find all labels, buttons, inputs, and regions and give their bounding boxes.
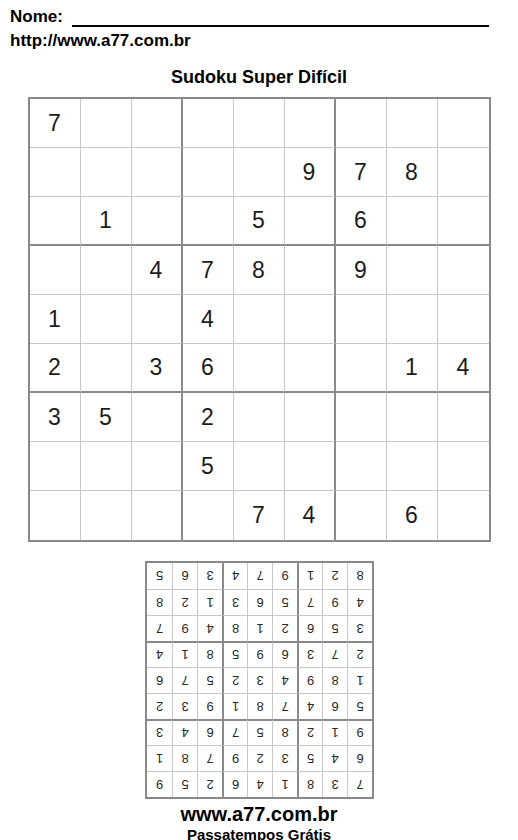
- solution-cell-r3c5: 5: [247, 719, 272, 745]
- puzzle-cell-r7c2: 5: [81, 393, 132, 442]
- solution-cell-r9c4: 9: [272, 563, 297, 589]
- solution-cell-r6c5: 9: [247, 641, 272, 667]
- puzzle-cell-r7c9[interactable]: [438, 393, 489, 442]
- puzzle-cell-r2c3[interactable]: [132, 148, 183, 197]
- puzzle-cell-r1c3[interactable]: [132, 99, 183, 148]
- puzzle-cell-r3c9[interactable]: [438, 197, 489, 246]
- solution-cell-r9c3: 1: [297, 563, 322, 589]
- solution-cell-r8c3: 7: [297, 589, 322, 615]
- solution-cell-r9c2: 2: [322, 563, 347, 589]
- solution-cell-r2c9: 1: [147, 745, 172, 771]
- page-header: Nome: http://www.a77.com.br: [0, 0, 518, 51]
- solution-cell-r4c2: 6: [322, 693, 347, 719]
- puzzle-cell-r1c2[interactable]: [81, 99, 132, 148]
- solution-cell-r6c3: 3: [297, 641, 322, 667]
- solution-cell-r4c1: 5: [347, 693, 372, 719]
- puzzle-cell-r2c8: 8: [387, 148, 438, 197]
- solution-cell-r4c5: 8: [247, 693, 272, 719]
- solution-cell-r2c5: 2: [247, 745, 272, 771]
- solution-cell-r4c6: 1: [222, 693, 247, 719]
- solution-cell-r1c7: 2: [197, 771, 222, 797]
- puzzle-cell-r4c9[interactable]: [438, 246, 489, 295]
- page-footer: www.a77.com.br Passatempos Grátis: [0, 803, 518, 840]
- solution-cell-r2c7: 7: [197, 745, 222, 771]
- puzzle-cell-r6c5[interactable]: [234, 344, 285, 393]
- puzzle-cell-r6c8: 1: [387, 344, 438, 393]
- solution-cell-r4c4: 7: [272, 693, 297, 719]
- puzzle-cell-r5c8[interactable]: [387, 295, 438, 344]
- solution-cell-r1c6: 6: [222, 771, 247, 797]
- solution-cell-r6c9: 4: [147, 641, 172, 667]
- solution-cell-r1c4: 1: [272, 771, 297, 797]
- puzzle-cell-r8c5[interactable]: [234, 442, 285, 491]
- solution-cell-r2c3: 5: [297, 745, 322, 771]
- puzzle-cell-r1c1: 7: [30, 99, 81, 148]
- puzzle-cell-r4c6[interactable]: [285, 246, 336, 295]
- sudoku-solution-grid: 7381462596453297819128576435647819321894…: [145, 561, 374, 799]
- puzzle-cell-r5c3[interactable]: [132, 295, 183, 344]
- solution-cell-r8c7: 1: [197, 589, 222, 615]
- puzzle-cell-r8c2[interactable]: [81, 442, 132, 491]
- solution-cell-r2c6: 9: [222, 745, 247, 771]
- puzzle-cell-r9c2[interactable]: [81, 491, 132, 540]
- puzzle-cell-r7c7[interactable]: [336, 393, 387, 442]
- puzzle-cell-r8c3[interactable]: [132, 442, 183, 491]
- page-title: Sudoku Super Difícil: [0, 67, 518, 88]
- puzzle-cell-r2c9[interactable]: [438, 148, 489, 197]
- solution-cell-r9c8: 6: [172, 563, 197, 589]
- puzzle-cell-r8c4: 5: [183, 442, 234, 491]
- puzzle-cell-r5c2[interactable]: [81, 295, 132, 344]
- solution-cell-r5c4: 4: [272, 667, 297, 693]
- puzzle-cell-r4c8[interactable]: [387, 246, 438, 295]
- puzzle-cell-r6c1: 2: [30, 344, 81, 393]
- puzzle-cell-r2c7: 7: [336, 148, 387, 197]
- solution-cell-r3c4: 8: [272, 719, 297, 745]
- puzzle-cell-r4c5: 8: [234, 246, 285, 295]
- solution-cell-r4c7: 9: [197, 693, 222, 719]
- puzzle-cell-r1c4[interactable]: [183, 99, 234, 148]
- puzzle-cell-r9c5: 7: [234, 491, 285, 540]
- solution-cell-r4c9: 2: [147, 693, 172, 719]
- solution-cell-r7c9: 7: [147, 615, 172, 641]
- puzzle-cell-r9c9[interactable]: [438, 491, 489, 540]
- solution-cell-r5c1: 1: [347, 667, 372, 693]
- puzzle-cell-r6c7[interactable]: [336, 344, 387, 393]
- solution-cell-r3c1: 9: [347, 719, 372, 745]
- puzzle-cell-r8c6[interactable]: [285, 442, 336, 491]
- solution-cell-r3c2: 1: [322, 719, 347, 745]
- puzzle-cell-r3c8[interactable]: [387, 197, 438, 246]
- solution-cell-r6c6: 5: [222, 641, 247, 667]
- solution-cell-r2c2: 4: [322, 745, 347, 771]
- solution-cell-r8c1: 4: [347, 589, 372, 615]
- name-row: Nome:: [10, 7, 489, 27]
- puzzle-cell-r1c9[interactable]: [438, 99, 489, 148]
- solution-cell-r7c1: 3: [347, 615, 372, 641]
- puzzle-cell-r2c6: 9: [285, 148, 336, 197]
- solution-cell-r8c2: 9: [322, 589, 347, 615]
- solution-cell-r1c1: 7: [347, 771, 372, 797]
- puzzle-cell-r4c7: 9: [336, 246, 387, 295]
- puzzle-cell-r7c1: 3: [30, 393, 81, 442]
- puzzle-cell-r9c3[interactable]: [132, 491, 183, 540]
- puzzle-cell-r5c7[interactable]: [336, 295, 387, 344]
- puzzle-cell-r9c4[interactable]: [183, 491, 234, 540]
- puzzle-cell-r5c4: 4: [183, 295, 234, 344]
- solution-cell-r3c7: 6: [197, 719, 222, 745]
- solution-cell-r6c4: 6: [272, 641, 297, 667]
- solution-cell-r7c8: 9: [172, 615, 197, 641]
- puzzle-cell-r9c7[interactable]: [336, 491, 387, 540]
- solution-cell-r2c1: 6: [347, 745, 372, 771]
- puzzle-cell-r5c5[interactable]: [234, 295, 285, 344]
- puzzle-cell-r4c3: 4: [132, 246, 183, 295]
- solution-cell-r7c6: 8: [222, 615, 247, 641]
- solution-cell-r7c7: 4: [197, 615, 222, 641]
- solution-cell-r1c3: 8: [297, 771, 322, 797]
- name-fill-line[interactable]: [72, 9, 489, 27]
- solution-cell-r5c3: 9: [297, 667, 322, 693]
- solution-cell-r5c8: 7: [172, 667, 197, 693]
- puzzle-cell-r7c4: 2: [183, 393, 234, 442]
- solution-cell-r2c8: 8: [172, 745, 197, 771]
- puzzle-cell-r7c8[interactable]: [387, 393, 438, 442]
- solution-cell-r4c3: 4: [297, 693, 322, 719]
- puzzle-cell-r7c6[interactable]: [285, 393, 336, 442]
- puzzle-cell-r2c2[interactable]: [81, 148, 132, 197]
- solution-cell-r8c6: 3: [222, 589, 247, 615]
- solution-cell-r8c4: 5: [272, 589, 297, 615]
- solution-cell-r7c5: 1: [247, 615, 272, 641]
- puzzle-cell-r1c6[interactable]: [285, 99, 336, 148]
- solution-cell-r9c5: 7: [247, 563, 272, 589]
- solution-cell-r5c2: 8: [322, 667, 347, 693]
- solution-cell-r5c9: 6: [147, 667, 172, 693]
- solution-cell-r5c5: 3: [247, 667, 272, 693]
- puzzle-cell-r8c1[interactable]: [30, 442, 81, 491]
- puzzle-cell-r6c4: 6: [183, 344, 234, 393]
- solution-cell-r5c7: 5: [197, 667, 222, 693]
- solution-cell-r3c3: 2: [297, 719, 322, 745]
- puzzle-cell-r4c1[interactable]: [30, 246, 81, 295]
- solution-cell-r9c6: 4: [222, 563, 247, 589]
- solution-cell-r9c9: 5: [147, 563, 172, 589]
- puzzle-cell-r1c7[interactable]: [336, 99, 387, 148]
- puzzle-cell-r6c9: 4: [438, 344, 489, 393]
- puzzle-cell-r9c1[interactable]: [30, 491, 81, 540]
- puzzle-cell-r7c5[interactable]: [234, 393, 285, 442]
- solution-cell-r8c9: 8: [147, 589, 172, 615]
- puzzle-cell-r9c6: 4: [285, 491, 336, 540]
- footer-site: www.a77.com.br: [0, 803, 518, 826]
- puzzle-cell-r4c2[interactable]: [81, 246, 132, 295]
- puzzle-cell-r8c9[interactable]: [438, 442, 489, 491]
- solution-cell-r8c8: 2: [172, 589, 197, 615]
- solution-cell-r7c2: 5: [322, 615, 347, 641]
- puzzle-cell-r3c5: 5: [234, 197, 285, 246]
- site-url: http://www.a77.com.br: [10, 31, 489, 51]
- puzzle-cell-r5c1: 1: [30, 295, 81, 344]
- solution-cell-r9c7: 3: [197, 563, 222, 589]
- solution-cell-r6c8: 1: [172, 641, 197, 667]
- solution-cell-r5c6: 2: [222, 667, 247, 693]
- puzzle-cell-r5c6[interactable]: [285, 295, 336, 344]
- solution-cell-r2c4: 3: [272, 745, 297, 771]
- puzzle-cell-r5c9[interactable]: [438, 295, 489, 344]
- solution-cell-r6c7: 8: [197, 641, 222, 667]
- puzzle-cell-r3c6[interactable]: [285, 197, 336, 246]
- puzzle-cell-r6c6[interactable]: [285, 344, 336, 393]
- sudoku-puzzle-grid: 7978156478914236143525746: [28, 97, 491, 542]
- puzzle-cell-r3c2: 1: [81, 197, 132, 246]
- solution-cell-r7c4: 2: [272, 615, 297, 641]
- solution-cell-r4c8: 3: [172, 693, 197, 719]
- puzzle-cell-r1c5[interactable]: [234, 99, 285, 148]
- solution-cell-r1c9: 9: [147, 771, 172, 797]
- solution-cell-r3c9: 3: [147, 719, 172, 745]
- puzzle-cell-r3c7: 6: [336, 197, 387, 246]
- solution-cell-r1c8: 5: [172, 771, 197, 797]
- solution-cell-r9c1: 8: [347, 563, 372, 589]
- puzzle-cell-r6c3: 3: [132, 344, 183, 393]
- puzzle-cell-r9c8: 6: [387, 491, 438, 540]
- puzzle-cell-r8c8[interactable]: [387, 442, 438, 491]
- puzzle-cell-r3c3[interactable]: [132, 197, 183, 246]
- puzzle-cell-r2c5[interactable]: [234, 148, 285, 197]
- footer-tagline: Passatempos Grátis: [0, 826, 518, 840]
- puzzle-cell-r7c3[interactable]: [132, 393, 183, 442]
- puzzle-cell-r2c1[interactable]: [30, 148, 81, 197]
- puzzle-cell-r4c4: 7: [183, 246, 234, 295]
- puzzle-cell-r2c4[interactable]: [183, 148, 234, 197]
- solution-cell-r1c5: 4: [247, 771, 272, 797]
- solution-cell-r1c2: 3: [322, 771, 347, 797]
- puzzle-cell-r8c7[interactable]: [336, 442, 387, 491]
- puzzle-cell-r6c2[interactable]: [81, 344, 132, 393]
- solution-cell-r6c1: 2: [347, 641, 372, 667]
- solution-cell-r3c6: 7: [222, 719, 247, 745]
- solution-cell-r8c5: 6: [247, 589, 272, 615]
- puzzle-cell-r1c8[interactable]: [387, 99, 438, 148]
- solution-cell-r6c2: 7: [322, 641, 347, 667]
- puzzle-cell-r3c4[interactable]: [183, 197, 234, 246]
- solution-cell-r7c3: 6: [297, 615, 322, 641]
- name-label: Nome:: [10, 7, 63, 27]
- solution-cell-r3c8: 4: [172, 719, 197, 745]
- puzzle-cell-r3c1[interactable]: [30, 197, 81, 246]
